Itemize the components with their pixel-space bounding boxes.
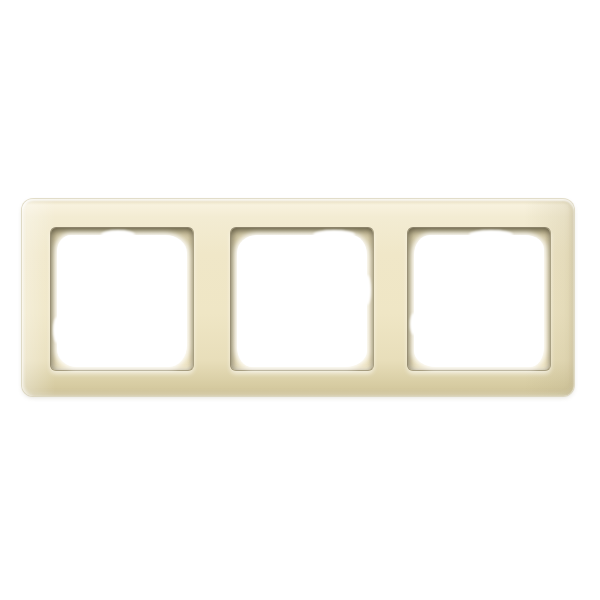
frame-opening-1 <box>50 227 194 371</box>
frame-opening-2 <box>230 227 374 371</box>
opening-cutout-3 <box>414 235 544 367</box>
opening-cutout-2 <box>237 235 367 367</box>
highlight-bloom <box>410 313 418 335</box>
opening-cutout-1 <box>57 235 187 367</box>
highlight-bloom <box>101 230 135 240</box>
highlight-bloom <box>313 230 355 240</box>
highlight-bloom <box>469 230 513 240</box>
product-photo <box>0 0 600 600</box>
highlight-bloom <box>363 275 371 305</box>
highlight-bloom <box>53 317 62 343</box>
frame-opening-3 <box>407 227 551 371</box>
switch-frame-plate <box>22 199 574 396</box>
